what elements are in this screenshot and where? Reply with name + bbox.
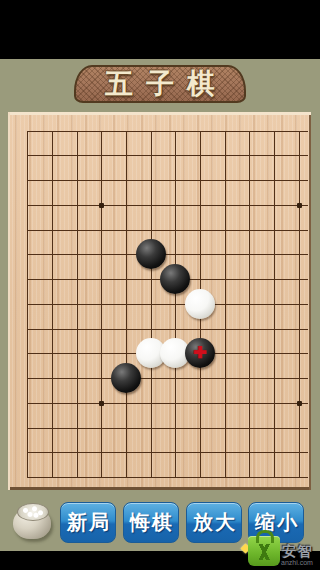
grid-hline	[27, 131, 308, 132]
grid-vline	[249, 131, 250, 478]
watermark-title: 安智	[282, 544, 318, 558]
status-bar	[0, 0, 320, 59]
grid-hline	[27, 254, 308, 255]
new-game-button[interactable]: 新局	[60, 502, 116, 543]
grid-hline	[27, 230, 308, 231]
anzhi-bag-logo	[254, 544, 274, 560]
grid-vline	[101, 131, 102, 478]
last-move-marker: ✚	[193, 345, 206, 361]
black-stone: ✚	[185, 338, 215, 368]
grid-vline	[126, 131, 127, 478]
anzhi-bag-icon	[248, 536, 280, 566]
star-point	[297, 203, 302, 208]
grid-vline	[299, 131, 300, 478]
grid-vline	[175, 131, 176, 478]
star-point	[99, 401, 104, 406]
white-stone	[185, 289, 215, 319]
grid-hline	[27, 155, 308, 156]
title-plaque: 五子棋	[74, 65, 246, 103]
grid-hline	[27, 180, 308, 181]
grid-vline	[52, 131, 53, 478]
black-stone	[160, 264, 190, 294]
app-title: 五子棋	[92, 70, 228, 98]
watermark-subtitle: anzhi.com	[281, 559, 319, 566]
stone-bowl-icon	[12, 499, 53, 542]
app-screen: 五子棋 ✚ 新局 悔棋 放大 缩小 安智 anzhi.com	[0, 0, 320, 570]
grid-hline	[27, 378, 308, 379]
grid-hline	[27, 329, 308, 330]
grid-hline	[27, 428, 308, 429]
grid-vline	[151, 131, 152, 478]
bowl-white-stones	[17, 503, 49, 521]
grid-hline	[27, 205, 308, 206]
zoom-in-button[interactable]: 放大	[186, 502, 242, 543]
undo-button[interactable]: 悔棋	[123, 502, 179, 543]
star-point	[99, 203, 104, 208]
grid-hline	[27, 304, 308, 305]
gomoku-board[interactable]: ✚	[8, 112, 311, 490]
grid-vline	[225, 131, 226, 478]
black-stone	[111, 363, 141, 393]
grid-vline	[77, 131, 78, 478]
black-stone	[136, 239, 166, 269]
grid-vline	[27, 131, 28, 478]
grid-hline	[27, 403, 308, 404]
grid-hline	[27, 452, 308, 453]
grid-vline	[274, 131, 275, 478]
grid-hline	[27, 477, 308, 478]
star-point	[297, 401, 302, 406]
